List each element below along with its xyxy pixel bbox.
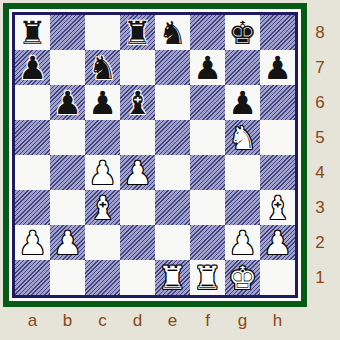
rank-label-7: 7 <box>306 50 334 85</box>
square-c4[interactable]: ♟ <box>85 155 120 190</box>
square-a5[interactable] <box>15 120 50 155</box>
square-g6[interactable]: ♟ <box>225 85 260 120</box>
square-b5[interactable] <box>50 120 85 155</box>
piece-black-pawn-c6[interactable]: ♟ <box>88 87 117 119</box>
square-f7[interactable]: ♟ <box>190 50 225 85</box>
square-d6[interactable]: ♝ <box>120 85 155 120</box>
piece-black-knight-c7[interactable]: ♞ <box>88 52 117 84</box>
piece-white-pawn-h2[interactable]: ♟ <box>263 227 292 259</box>
square-a8[interactable]: ♜ <box>15 15 50 50</box>
piece-white-pawn-g2[interactable]: ♟ <box>228 227 257 259</box>
square-h1[interactable] <box>260 260 295 295</box>
file-label-f: f <box>190 310 225 332</box>
square-d1[interactable] <box>120 260 155 295</box>
square-g3[interactable] <box>225 190 260 225</box>
square-g1[interactable]: ♚ <box>225 260 260 295</box>
piece-white-bishop-h3[interactable]: ♝ <box>263 192 292 224</box>
square-h5[interactable] <box>260 120 295 155</box>
square-e2[interactable] <box>155 225 190 260</box>
piece-black-rook-d8[interactable]: ♜ <box>123 17 152 49</box>
rank-label-5: 5 <box>306 120 334 155</box>
square-c8[interactable] <box>85 15 120 50</box>
square-d8[interactable]: ♜ <box>120 15 155 50</box>
square-e1[interactable]: ♜ <box>155 260 190 295</box>
square-f5[interactable] <box>190 120 225 155</box>
piece-black-knight-e8[interactable]: ♞ <box>158 17 187 49</box>
board-frame: ♜♜♞♚♟♞♟♟♟♟♝♟♞♟♟♝♝♟♟♟♟♜♜♚ <box>3 3 307 307</box>
square-g4[interactable] <box>225 155 260 190</box>
square-h8[interactable] <box>260 15 295 50</box>
piece-black-pawn-h7[interactable]: ♟ <box>263 52 292 84</box>
file-label-d: d <box>120 310 155 332</box>
square-a4[interactable] <box>15 155 50 190</box>
square-a7[interactable]: ♟ <box>15 50 50 85</box>
file-label-h: h <box>260 310 295 332</box>
square-e8[interactable]: ♞ <box>155 15 190 50</box>
square-e4[interactable] <box>155 155 190 190</box>
square-d7[interactable] <box>120 50 155 85</box>
square-a6[interactable] <box>15 85 50 120</box>
rank-label-2: 2 <box>306 225 334 260</box>
square-b3[interactable] <box>50 190 85 225</box>
square-b1[interactable] <box>50 260 85 295</box>
file-labels: abcdefgh <box>15 310 295 332</box>
square-f4[interactable] <box>190 155 225 190</box>
piece-white-king-g1[interactable]: ♚ <box>228 262 257 294</box>
square-h6[interactable] <box>260 85 295 120</box>
square-h7[interactable]: ♟ <box>260 50 295 85</box>
square-d2[interactable] <box>120 225 155 260</box>
rank-label-3: 3 <box>306 190 334 225</box>
file-label-g: g <box>225 310 260 332</box>
square-f8[interactable] <box>190 15 225 50</box>
square-b4[interactable] <box>50 155 85 190</box>
square-a1[interactable] <box>15 260 50 295</box>
piece-black-bishop-d6[interactable]: ♝ <box>123 87 152 119</box>
piece-white-pawn-d4[interactable]: ♟ <box>123 157 152 189</box>
file-label-e: e <box>155 310 190 332</box>
piece-white-rook-e1[interactable]: ♜ <box>158 262 187 294</box>
square-h2[interactable]: ♟ <box>260 225 295 260</box>
file-label-b: b <box>50 310 85 332</box>
square-e7[interactable] <box>155 50 190 85</box>
piece-black-king-g8[interactable]: ♚ <box>228 17 257 49</box>
square-e3[interactable] <box>155 190 190 225</box>
rank-label-1: 1 <box>306 260 334 295</box>
square-b6[interactable]: ♟ <box>50 85 85 120</box>
piece-black-rook-a8[interactable]: ♜ <box>18 17 47 49</box>
square-c5[interactable] <box>85 120 120 155</box>
chess-diagram: ♜♜♞♚♟♞♟♟♟♟♝♟♞♟♟♝♝♟♟♟♟♜♜♚ abcdefgh 876543… <box>0 0 340 340</box>
square-a2[interactable]: ♟ <box>15 225 50 260</box>
piece-black-pawn-b6[interactable]: ♟ <box>53 87 82 119</box>
square-g7[interactable] <box>225 50 260 85</box>
piece-white-pawn-c4[interactable]: ♟ <box>88 157 117 189</box>
piece-black-pawn-a7[interactable]: ♟ <box>18 52 47 84</box>
square-f6[interactable] <box>190 85 225 120</box>
piece-white-pawn-b2[interactable]: ♟ <box>53 227 82 259</box>
square-b8[interactable] <box>50 15 85 50</box>
square-h4[interactable] <box>260 155 295 190</box>
square-f3[interactable] <box>190 190 225 225</box>
rank-label-4: 4 <box>306 155 334 190</box>
square-e6[interactable] <box>155 85 190 120</box>
piece-white-knight-g5[interactable]: ♞ <box>228 122 257 154</box>
rank-label-6: 6 <box>306 85 334 120</box>
square-e5[interactable] <box>155 120 190 155</box>
square-c6[interactable]: ♟ <box>85 85 120 120</box>
square-d5[interactable] <box>120 120 155 155</box>
square-b2[interactable]: ♟ <box>50 225 85 260</box>
square-g8[interactable]: ♚ <box>225 15 260 50</box>
square-g5[interactable]: ♞ <box>225 120 260 155</box>
square-f1[interactable]: ♜ <box>190 260 225 295</box>
file-label-c: c <box>85 310 120 332</box>
piece-white-rook-f1[interactable]: ♜ <box>193 262 222 294</box>
rank-label-8: 8 <box>306 15 334 50</box>
file-label-a: a <box>15 310 50 332</box>
square-a3[interactable] <box>15 190 50 225</box>
square-c1[interactable] <box>85 260 120 295</box>
square-h3[interactable]: ♝ <box>260 190 295 225</box>
square-f2[interactable] <box>190 225 225 260</box>
square-c3[interactable]: ♝ <box>85 190 120 225</box>
piece-black-pawn-g6[interactable]: ♟ <box>228 87 257 119</box>
square-b7[interactable] <box>50 50 85 85</box>
chess-board: ♜♜♞♚♟♞♟♟♟♟♝♟♞♟♟♝♝♟♟♟♟♜♜♚ <box>15 15 295 295</box>
piece-white-pawn-a2[interactable]: ♟ <box>18 227 47 259</box>
piece-white-bishop-c3[interactable]: ♝ <box>88 192 117 224</box>
piece-black-pawn-f7[interactable]: ♟ <box>193 52 222 84</box>
square-c2[interactable] <box>85 225 120 260</box>
rank-labels: 87654321 <box>306 15 334 295</box>
square-g2[interactable]: ♟ <box>225 225 260 260</box>
square-d4[interactable]: ♟ <box>120 155 155 190</box>
square-c7[interactable]: ♞ <box>85 50 120 85</box>
board-inner-border: ♜♜♞♚♟♞♟♟♟♟♝♟♞♟♟♝♝♟♟♟♟♜♜♚ <box>12 12 298 298</box>
square-d3[interactable] <box>120 190 155 225</box>
